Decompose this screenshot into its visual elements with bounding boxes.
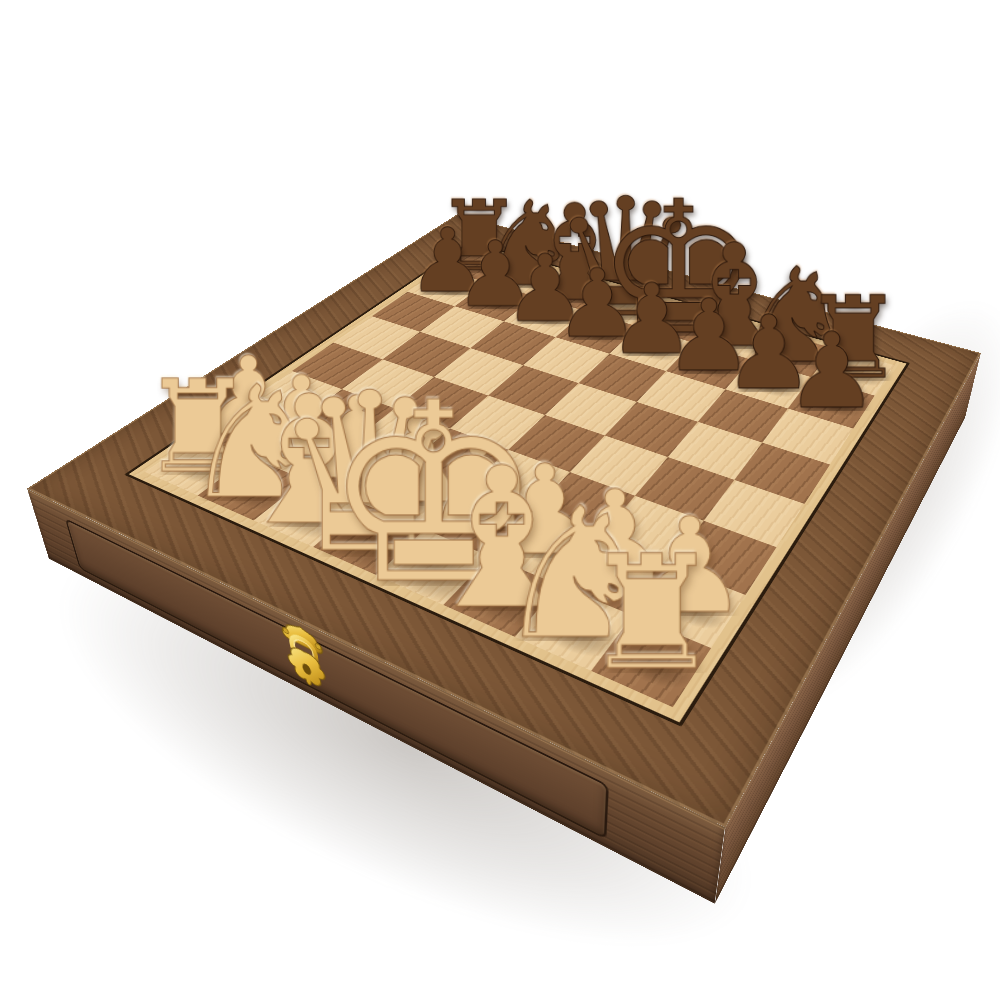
product-photo-scene: ♜♞♝♛♚♝♞♜♟♟♟♟♟♟♟♟♟♟♟♟♟♟♟♟♜♞♝♛♚♝♞♜ [0, 0, 1000, 1000]
chess-box: ♜♞♝♛♚♝♞♜♟♟♟♟♟♟♟♟♟♟♟♟♟♟♟♟♜♞♝♛♚♝♞♜ [27, 214, 981, 827]
rook-glyph: ♜ [581, 535, 722, 693]
